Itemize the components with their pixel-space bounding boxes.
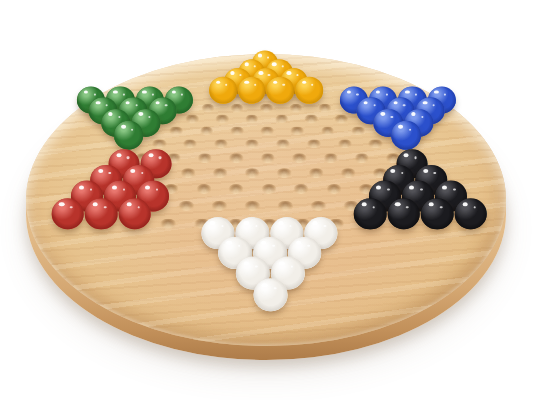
specular-highlight	[181, 94, 183, 96]
specular-highlight	[259, 71, 263, 74]
marble-shading	[209, 77, 237, 104]
specular-highlight	[262, 283, 268, 287]
specular-highlight	[141, 172, 144, 174]
specular-highlight	[311, 84, 313, 86]
marble-shading	[85, 198, 118, 229]
specular-highlight	[287, 71, 291, 74]
specular-highlight	[210, 221, 215, 225]
specular-highlight	[373, 104, 375, 106]
marble-yellow[interactable]: ●	[295, 77, 323, 104]
specular-highlight	[423, 169, 428, 173]
marble-green[interactable]: ●	[114, 121, 144, 150]
specular-highlight	[245, 63, 249, 66]
specular-highlight	[272, 63, 276, 66]
specular-highlight	[254, 84, 256, 86]
specular-highlight	[390, 169, 395, 173]
specular-highlight	[433, 104, 435, 106]
specular-highlight	[123, 94, 125, 96]
specular-highlight	[279, 261, 284, 265]
marble-black[interactable]: ●	[387, 198, 420, 229]
marble-white[interactable]: ●	[253, 278, 288, 311]
specular-highlight	[399, 125, 404, 129]
marble-shading	[295, 77, 323, 104]
specular-highlight	[381, 112, 386, 116]
specular-highlight	[273, 245, 276, 247]
specular-highlight	[415, 94, 417, 96]
specular-highlight	[312, 221, 317, 225]
specular-highlight	[109, 172, 112, 174]
specular-highlight	[138, 112, 143, 116]
specular-highlight	[231, 71, 235, 74]
marble-yellow[interactable]: ●	[267, 77, 295, 104]
specular-highlight	[403, 104, 405, 106]
specular-highlight	[291, 265, 294, 267]
marble-red[interactable]: ●	[119, 198, 152, 229]
specular-highlight	[356, 94, 358, 96]
marble-red[interactable]: ●	[85, 198, 118, 229]
specular-highlight	[401, 172, 404, 174]
marble-shading	[391, 121, 421, 150]
marble-black[interactable]: ●	[421, 198, 454, 229]
specular-highlight	[93, 94, 95, 96]
specular-highlight	[283, 84, 285, 86]
specular-highlight	[444, 94, 446, 96]
marble-shading	[354, 198, 387, 229]
marble-shading	[267, 77, 295, 104]
specular-highlight	[296, 74, 298, 76]
specular-highlight	[225, 84, 227, 86]
specular-highlight	[268, 74, 270, 76]
specular-highlight	[244, 221, 249, 225]
specular-highlight	[307, 245, 310, 247]
specular-highlight	[434, 172, 437, 174]
specular-highlight	[152, 94, 154, 96]
marble-blue[interactable]: ●	[391, 121, 421, 150]
photo-background: ●●●●●●●●●●●●●●●●●●●●●●●●●●●●●●●●●●●●●●●●…	[0, 0, 533, 400]
specular-highlight	[238, 245, 241, 247]
specular-highlight	[98, 169, 103, 173]
specular-highlight	[273, 287, 276, 289]
specular-highlight	[240, 74, 242, 76]
marble-red[interactable]: ●	[51, 198, 84, 229]
specular-highlight	[385, 94, 387, 96]
specular-highlight	[278, 221, 283, 225]
specular-highlight	[244, 261, 249, 265]
marble-shading	[238, 77, 266, 104]
marble-shading	[421, 198, 454, 229]
marble-black[interactable]: ●	[354, 198, 387, 229]
specular-highlight	[135, 104, 137, 106]
marble-yellow[interactable]: ●	[209, 77, 237, 104]
specular-highlight	[130, 169, 135, 173]
specular-highlight	[105, 104, 107, 106]
specular-highlight	[411, 112, 416, 116]
marble-black[interactable]: ●	[455, 198, 488, 229]
marble-yellow[interactable]: ●	[238, 77, 266, 104]
specular-highlight	[165, 104, 167, 106]
specular-highlight	[121, 125, 126, 129]
marble-layer: ●●●●●●●●●●●●●●●●●●●●●●●●●●●●●●●●●●●●●●●●…	[0, 0, 533, 400]
specular-highlight	[255, 265, 258, 267]
specular-highlight	[108, 112, 113, 116]
